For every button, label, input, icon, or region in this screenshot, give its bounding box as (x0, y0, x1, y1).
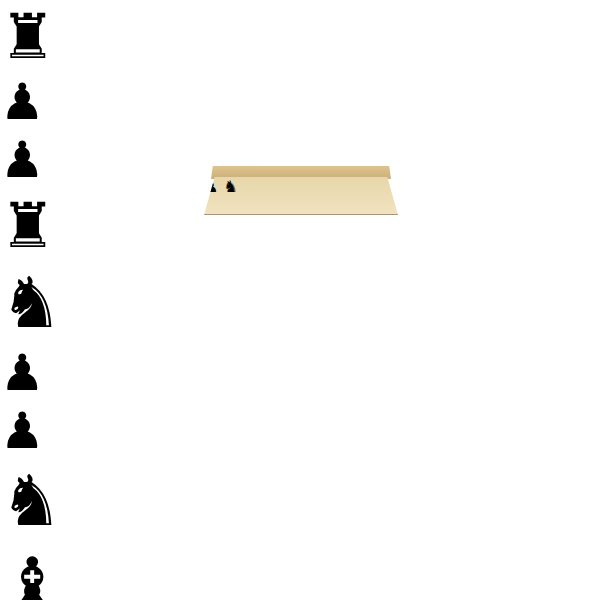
box-sliding-lid[interactable]: ♟ ♞ (204, 177, 398, 215)
piece-bp[interactable]: ♟ (0, 402, 45, 460)
storage-box: ♟ ♞ (204, 166, 398, 262)
board-scene: ♜♟♟♜♞♟♟♞♝♟♟♝♛♟♟♛♚♟♟♚♝♟♟♝♞♟♟♞♜♟♟♜12345678… (0, 0, 600, 600)
piece-bn[interactable]: ♞ (0, 460, 63, 542)
box-emblem: ♟ ♞ (204, 177, 398, 196)
piece-wp[interactable]: ♟ (0, 73, 45, 131)
piece-bp[interactable]: ♟ (0, 131, 45, 189)
knight-silhouette-icon: ♞ (223, 177, 237, 196)
piece-wn[interactable]: ♞ (0, 262, 63, 344)
piece-wp[interactable]: ♟ (0, 344, 45, 402)
box-front-face (206, 215, 396, 259)
piece-br[interactable]: ♜ (0, 189, 56, 262)
chess-board: ♜♟♟♜♞♟♟♞♝♟♟♝♛♟♟♛♚♟♟♚♝♟♟♝♞♟♟♞♜♟♟♜12345678… (0, 0, 600, 600)
pawn-silhouette-icon: ♟ (204, 177, 223, 196)
product-photo-canvas: ♟ ♞ ♜♟♟♜♞♟♟♞♝♟♟♝♛♟♟♛♚♟♟♚♝♟♟♝♞♟♟♞♜♟♟♜1234… (0, 0, 600, 600)
piece-wb[interactable]: ♝ (0, 542, 65, 600)
piece-wr[interactable]: ♜ (0, 0, 56, 73)
